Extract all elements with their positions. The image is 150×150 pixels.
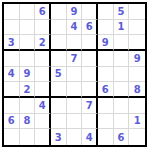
cell-r2c7[interactable]: [98, 20, 114, 36]
cell-r1c8[interactable]: 5: [114, 4, 130, 20]
cell-r5c7[interactable]: [98, 67, 114, 83]
cell-r2c4[interactable]: [51, 20, 67, 36]
cell-r2c9[interactable]: [129, 20, 145, 36]
cell-r7c8[interactable]: [114, 98, 130, 114]
cell-r3c7[interactable]: 9: [98, 35, 114, 51]
cell-r5c8[interactable]: [114, 67, 130, 83]
cell-r3c6[interactable]: [82, 35, 98, 51]
cell-r5c4[interactable]: 5: [51, 67, 67, 83]
cell-r4c5[interactable]: 7: [67, 51, 83, 67]
cell-r6c2[interactable]: 2: [20, 82, 36, 98]
cell-r9c8[interactable]: 6: [114, 129, 130, 145]
cell-r9c9[interactable]: [129, 129, 145, 145]
cell-r1c9[interactable]: [129, 4, 145, 20]
cell-r4c4[interactable]: [51, 51, 67, 67]
cell-r8c6[interactable]: [82, 114, 98, 130]
cell-r7c3[interactable]: 4: [35, 98, 51, 114]
cell-r6c8[interactable]: [114, 82, 130, 98]
cell-r7c5[interactable]: [67, 98, 83, 114]
cell-r2c8[interactable]: 1: [114, 20, 130, 36]
cell-r6c4[interactable]: [51, 82, 67, 98]
cell-r6c6[interactable]: [82, 82, 98, 98]
cell-r6c3[interactable]: [35, 82, 51, 98]
cell-r1c3[interactable]: 6: [35, 4, 51, 20]
cell-r4c8[interactable]: [114, 51, 130, 67]
cell-r7c7[interactable]: [98, 98, 114, 114]
cell-r2c5[interactable]: 4: [67, 20, 83, 36]
cell-r4c1[interactable]: [4, 51, 20, 67]
cell-r3c5[interactable]: [67, 35, 83, 51]
cell-r2c1[interactable]: [4, 20, 20, 36]
cell-r6c5[interactable]: [67, 82, 83, 98]
cell-r4c6[interactable]: [82, 51, 98, 67]
cell-r2c6[interactable]: 6: [82, 20, 98, 36]
cell-r4c9[interactable]: 9: [129, 51, 145, 67]
cell-r5c5[interactable]: [67, 67, 83, 83]
cell-r3c1[interactable]: 3: [4, 35, 20, 51]
cell-r8c5[interactable]: [67, 114, 83, 130]
cell-r1c4[interactable]: [51, 4, 67, 20]
cell-r1c5[interactable]: 9: [67, 4, 83, 20]
cell-r6c1[interactable]: [4, 82, 20, 98]
cell-r7c1[interactable]: [4, 98, 20, 114]
cell-r9c7[interactable]: [98, 129, 114, 145]
cell-r5c9[interactable]: [129, 67, 145, 83]
cell-r3c4[interactable]: [51, 35, 67, 51]
cell-r9c1[interactable]: [4, 129, 20, 145]
cell-r4c7[interactable]: [98, 51, 114, 67]
cell-r8c3[interactable]: [35, 114, 51, 130]
cell-r3c8[interactable]: [114, 35, 130, 51]
cell-r1c1[interactable]: [4, 4, 20, 20]
cell-r1c2[interactable]: [20, 4, 36, 20]
cell-r5c2[interactable]: 9: [20, 67, 36, 83]
cell-r7c4[interactable]: [51, 98, 67, 114]
cell-r8c9[interactable]: 1: [129, 114, 145, 130]
cell-r3c9[interactable]: [129, 35, 145, 51]
cell-r7c9[interactable]: [129, 98, 145, 114]
cell-r9c6[interactable]: 4: [82, 129, 98, 145]
cell-r5c6[interactable]: [82, 67, 98, 83]
sudoku-board: 6954613297949526847681346: [2, 2, 147, 147]
cell-r9c3[interactable]: [35, 129, 51, 145]
cell-r8c7[interactable]: [98, 114, 114, 130]
cell-r7c2[interactable]: [20, 98, 36, 114]
cell-r9c5[interactable]: [67, 129, 83, 145]
cell-r6c9[interactable]: 8: [129, 82, 145, 98]
cell-r1c6[interactable]: [82, 4, 98, 20]
cell-r6c7[interactable]: 6: [98, 82, 114, 98]
cell-r4c2[interactable]: [20, 51, 36, 67]
cell-r1c7[interactable]: [98, 4, 114, 20]
cell-r3c3[interactable]: 2: [35, 35, 51, 51]
cell-r8c4[interactable]: [51, 114, 67, 130]
cell-r8c8[interactable]: [114, 114, 130, 130]
cell-r8c2[interactable]: 8: [20, 114, 36, 130]
cell-r2c2[interactable]: [20, 20, 36, 36]
cell-r8c1[interactable]: 6: [4, 114, 20, 130]
cell-r2c3[interactable]: [35, 20, 51, 36]
cell-r5c1[interactable]: 4: [4, 67, 20, 83]
cell-r4c3[interactable]: [35, 51, 51, 67]
cell-r9c2[interactable]: [20, 129, 36, 145]
cell-r5c3[interactable]: [35, 67, 51, 83]
cell-r7c6[interactable]: 7: [82, 98, 98, 114]
cell-r9c4[interactable]: 3: [51, 129, 67, 145]
cell-r3c2[interactable]: [20, 35, 36, 51]
